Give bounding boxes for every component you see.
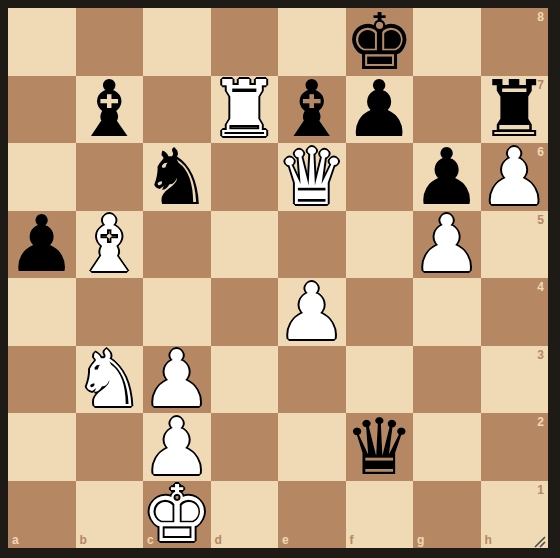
square-d4[interactable] xyxy=(211,278,279,346)
square-g5[interactable]: ♟ xyxy=(413,211,481,279)
file-label-g: g xyxy=(417,534,424,546)
chess-board: ♚8♝♜♝♟7♜♞♛♟6♟♟♝♟5♟4♞♟3♟♛2abc♚defg1h xyxy=(8,8,548,548)
square-a7[interactable] xyxy=(8,76,76,144)
piece-white-pawn[interactable]: ♟ xyxy=(481,143,549,211)
square-e2[interactable] xyxy=(278,413,346,481)
square-e1[interactable]: e xyxy=(278,481,346,549)
square-b1[interactable]: b xyxy=(76,481,144,549)
square-g8[interactable] xyxy=(413,8,481,76)
rank-label-2: 2 xyxy=(537,416,544,428)
piece-white-queen[interactable]: ♛ xyxy=(278,143,346,211)
square-a2[interactable] xyxy=(8,413,76,481)
piece-white-pawn[interactable]: ♟ xyxy=(413,211,481,279)
board-resize-handle-icon[interactable] xyxy=(534,534,546,546)
piece-black-pawn[interactable]: ♟ xyxy=(346,76,414,144)
square-b5[interactable]: ♝ xyxy=(76,211,144,279)
square-d2[interactable] xyxy=(211,413,279,481)
square-a8[interactable] xyxy=(8,8,76,76)
file-label-f: f xyxy=(350,534,354,546)
rank-label-3: 3 xyxy=(537,349,544,361)
piece-black-queen[interactable]: ♛ xyxy=(346,413,414,481)
rank-label-1: 1 xyxy=(537,484,544,496)
square-g2[interactable] xyxy=(413,413,481,481)
square-f2[interactable]: ♛ xyxy=(346,413,414,481)
rank-label-4: 4 xyxy=(537,281,544,293)
file-label-e: e xyxy=(282,534,289,546)
square-d7[interactable]: ♜ xyxy=(211,76,279,144)
square-a3[interactable] xyxy=(8,346,76,414)
piece-white-rook[interactable]: ♜ xyxy=(211,76,279,144)
square-f4[interactable] xyxy=(346,278,414,346)
file-label-h: h xyxy=(485,534,492,546)
piece-black-pawn[interactable]: ♟ xyxy=(8,211,76,279)
square-f7[interactable]: ♟ xyxy=(346,76,414,144)
square-d1[interactable]: d xyxy=(211,481,279,549)
square-a1[interactable]: a xyxy=(8,481,76,549)
square-h1[interactable]: 1h xyxy=(481,481,549,549)
square-h3[interactable]: 3 xyxy=(481,346,549,414)
square-c8[interactable] xyxy=(143,8,211,76)
square-d3[interactable] xyxy=(211,346,279,414)
square-d5[interactable] xyxy=(211,211,279,279)
square-b7[interactable]: ♝ xyxy=(76,76,144,144)
piece-white-knight[interactable]: ♞ xyxy=(76,346,144,414)
rank-label-8: 8 xyxy=(537,11,544,23)
square-b3[interactable]: ♞ xyxy=(76,346,144,414)
piece-white-bishop[interactable]: ♝ xyxy=(76,211,144,279)
square-f5[interactable] xyxy=(346,211,414,279)
file-label-d: d xyxy=(215,534,222,546)
square-g3[interactable] xyxy=(413,346,481,414)
file-label-a: a xyxy=(12,534,19,546)
square-c6[interactable]: ♞ xyxy=(143,143,211,211)
square-e4[interactable]: ♟ xyxy=(278,278,346,346)
chess-app-background: ♚8♝♜♝♟7♜♞♛♟6♟♟♝♟5♟4♞♟3♟♛2abc♚defg1h xyxy=(0,0,560,558)
square-h6[interactable]: 6♟ xyxy=(481,143,549,211)
square-h4[interactable]: 4 xyxy=(481,278,549,346)
square-c1[interactable]: c♚ xyxy=(143,481,211,549)
file-label-b: b xyxy=(80,534,87,546)
piece-black-bishop[interactable]: ♝ xyxy=(76,76,144,144)
square-h2[interactable]: 2 xyxy=(481,413,549,481)
square-e6[interactable]: ♛ xyxy=(278,143,346,211)
square-g1[interactable]: g xyxy=(413,481,481,549)
piece-white-pawn[interactable]: ♟ xyxy=(278,278,346,346)
piece-black-knight[interactable]: ♞ xyxy=(143,143,211,211)
square-a5[interactable]: ♟ xyxy=(8,211,76,279)
piece-white-king[interactable]: ♚ xyxy=(143,481,211,549)
